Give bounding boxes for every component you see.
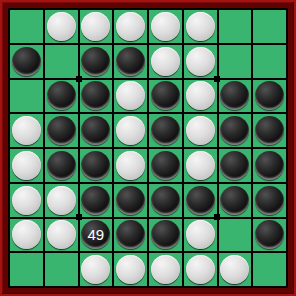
white-disc: [47, 220, 76, 249]
cell-e6[interactable]: [149, 184, 182, 217]
black-disc: [81, 81, 110, 110]
cell-b5[interactable]: [45, 149, 78, 182]
black-disc: [151, 81, 180, 110]
white-disc: [186, 220, 215, 249]
cell-e4[interactable]: [149, 114, 182, 147]
cell-g8[interactable]: [219, 253, 252, 286]
white-disc: [12, 186, 41, 215]
white-disc: [12, 220, 41, 249]
cell-d5[interactable]: [114, 149, 147, 182]
black-disc: [255, 116, 284, 145]
cell-a4[interactable]: [10, 114, 43, 147]
cell-h5[interactable]: [253, 149, 286, 182]
cell-e1[interactable]: [149, 10, 182, 43]
cell-h3[interactable]: [253, 80, 286, 113]
black-disc: [47, 116, 76, 145]
cell-f3[interactable]: [184, 80, 217, 113]
white-disc: [151, 47, 180, 76]
white-disc: [81, 255, 110, 284]
cell-e2[interactable]: [149, 45, 182, 78]
black-disc: [255, 186, 284, 215]
cell-b4[interactable]: [45, 114, 78, 147]
black-disc: [220, 151, 249, 180]
cell-d6[interactable]: [114, 184, 147, 217]
cell-c4[interactable]: [80, 114, 113, 147]
cell-b7[interactable]: [45, 219, 78, 252]
cell-a6[interactable]: [10, 184, 43, 217]
cell-c2[interactable]: [80, 45, 113, 78]
cell-d2[interactable]: [114, 45, 147, 78]
cell-g5[interactable]: [219, 149, 252, 182]
cell-f5[interactable]: [184, 149, 217, 182]
cell-a7[interactable]: [10, 219, 43, 252]
white-disc: [116, 255, 145, 284]
star-point: [76, 76, 82, 82]
black-disc: [81, 116, 110, 145]
white-disc: [12, 151, 41, 180]
black-disc: [151, 116, 180, 145]
black-disc: [151, 186, 180, 215]
cell-g6[interactable]: [219, 184, 252, 217]
cell-d8[interactable]: [114, 253, 147, 286]
cell-h2[interactable]: [253, 45, 286, 78]
cell-e5[interactable]: [149, 149, 182, 182]
star-point: [214, 214, 220, 220]
black-disc: [220, 116, 249, 145]
cell-b1[interactable]: [45, 10, 78, 43]
black-disc: [220, 186, 249, 215]
black-disc: [186, 186, 215, 215]
black-disc: [151, 151, 180, 180]
board-frame: 49: [0, 0, 296, 296]
white-disc: [81, 12, 110, 41]
cell-g7[interactable]: [219, 219, 252, 252]
black-disc: [220, 81, 249, 110]
black-disc: [47, 151, 76, 180]
black-disc: [151, 220, 180, 249]
cell-g1[interactable]: [219, 10, 252, 43]
cell-h7[interactable]: [253, 219, 286, 252]
cell-a3[interactable]: [10, 80, 43, 113]
cell-f6[interactable]: [184, 184, 217, 217]
cell-f4[interactable]: [184, 114, 217, 147]
white-disc: [116, 12, 145, 41]
cell-c6[interactable]: [80, 184, 113, 217]
cell-c7[interactable]: 49: [80, 219, 113, 252]
black-disc: [255, 81, 284, 110]
cell-h6[interactable]: [253, 184, 286, 217]
cell-a1[interactable]: [10, 10, 43, 43]
cell-g2[interactable]: [219, 45, 252, 78]
star-point: [76, 214, 82, 220]
white-disc: [186, 116, 215, 145]
black-disc: 49: [81, 220, 110, 249]
cell-b2[interactable]: [45, 45, 78, 78]
cell-d1[interactable]: [114, 10, 147, 43]
othello-board: 49: [8, 8, 288, 288]
black-disc: [116, 47, 145, 76]
move-number-label: 49: [88, 227, 105, 242]
cell-f2[interactable]: [184, 45, 217, 78]
white-disc: [151, 12, 180, 41]
cell-d4[interactable]: [114, 114, 147, 147]
cell-e7[interactable]: [149, 219, 182, 252]
white-disc: [12, 116, 41, 145]
cell-h4[interactable]: [253, 114, 286, 147]
black-disc: [12, 47, 41, 76]
white-disc: [47, 12, 76, 41]
white-disc: [47, 186, 76, 215]
black-disc: [47, 81, 76, 110]
black-disc: [255, 220, 284, 249]
cell-c8[interactable]: [80, 253, 113, 286]
board-grid: 49: [10, 10, 286, 286]
cell-h8[interactable]: [253, 253, 286, 286]
white-disc: [151, 255, 180, 284]
cell-b6[interactable]: [45, 184, 78, 217]
black-disc: [81, 47, 110, 76]
black-disc: [255, 151, 284, 180]
cell-a8[interactable]: [10, 253, 43, 286]
cell-a2[interactable]: [10, 45, 43, 78]
cell-f7[interactable]: [184, 219, 217, 252]
white-disc: [186, 47, 215, 76]
white-disc: [220, 255, 249, 284]
white-disc: [116, 116, 145, 145]
white-disc: [186, 151, 215, 180]
cell-g4[interactable]: [219, 114, 252, 147]
cell-b3[interactable]: [45, 80, 78, 113]
black-disc: [81, 151, 110, 180]
cell-f8[interactable]: [184, 253, 217, 286]
cell-c3[interactable]: [80, 80, 113, 113]
star-point: [214, 76, 220, 82]
white-disc: [116, 151, 145, 180]
cell-h1[interactable]: [253, 10, 286, 43]
cell-d3[interactable]: [114, 80, 147, 113]
cell-b8[interactable]: [45, 253, 78, 286]
black-disc: [116, 186, 145, 215]
cell-e3[interactable]: [149, 80, 182, 113]
cell-a5[interactable]: [10, 149, 43, 182]
cell-e8[interactable]: [149, 253, 182, 286]
white-disc: [116, 81, 145, 110]
black-disc: [81, 186, 110, 215]
cell-c1[interactable]: [80, 10, 113, 43]
cell-d7[interactable]: [114, 219, 147, 252]
cell-g3[interactable]: [219, 80, 252, 113]
black-disc: [116, 220, 145, 249]
cell-c5[interactable]: [80, 149, 113, 182]
white-disc: [186, 12, 215, 41]
white-disc: [186, 255, 215, 284]
white-disc: [186, 81, 215, 110]
cell-f1[interactable]: [184, 10, 217, 43]
